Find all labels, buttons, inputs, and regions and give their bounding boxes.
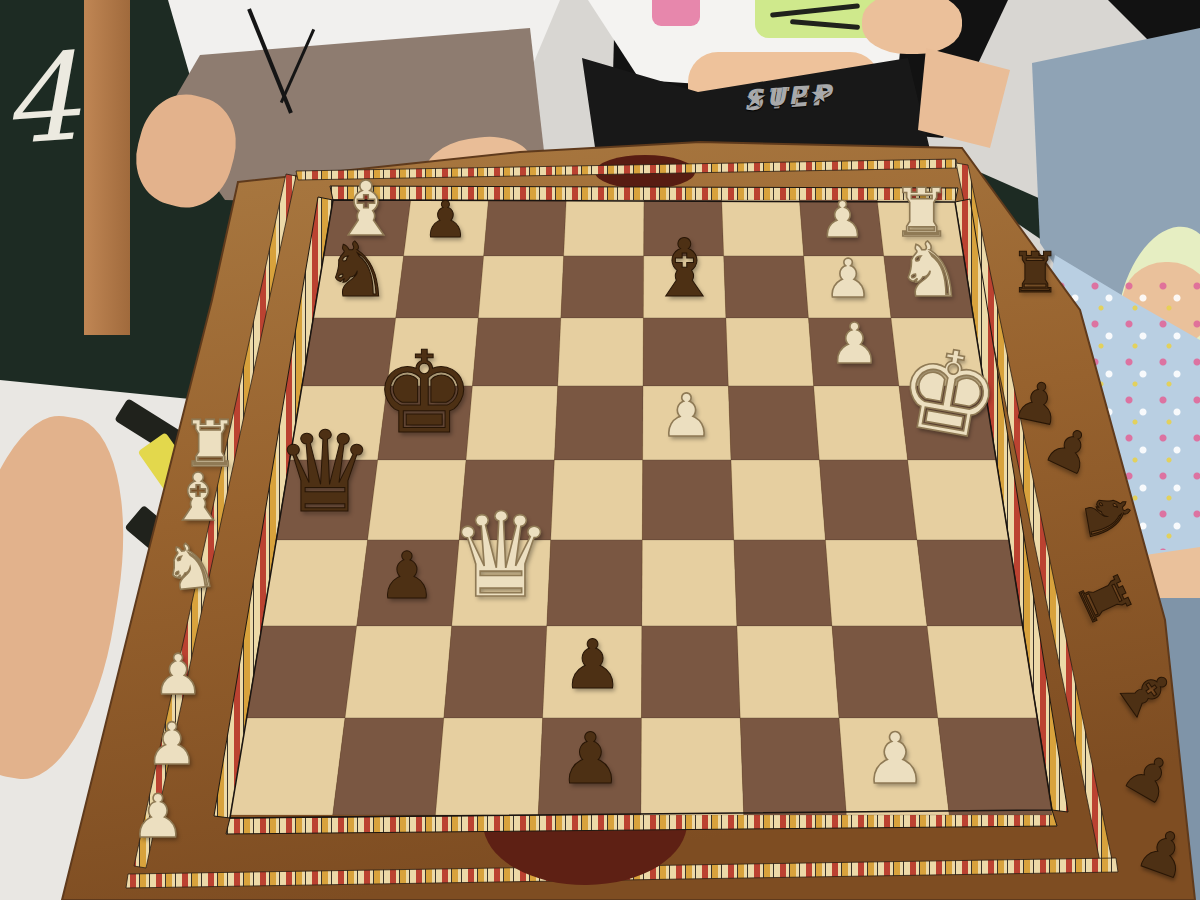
piece-white-knight-captured[interactable]: ♞	[159, 533, 221, 600]
piece-white-pawn-g8[interactable]: ♟	[820, 195, 865, 245]
piece-black-king-b5[interactable]: ♚	[373, 337, 474, 450]
piece-black-rook-captured[interactable]: ♜	[1010, 245, 1060, 301]
piece-black-pawn-captured[interactable]: ♟	[1130, 817, 1199, 889]
piece-black-rook-captured[interactable]: ♜	[1067, 563, 1142, 635]
piece-white-pawn-g1[interactable]: ♟	[864, 724, 927, 795]
piece-white-pawn-e5[interactable]: ♟	[660, 386, 713, 445]
piece-white-pawn-captured[interactable]: ♟	[131, 786, 185, 846]
piece-black-pawn-d2[interactable]: ♟	[562, 631, 623, 699]
piece-black-knight-captured[interactable]: ♞	[1074, 484, 1142, 547]
piece-white-knight-h7[interactable]: ♞	[896, 233, 964, 308]
piece-black-pawn-captured[interactable]: ♟	[1114, 741, 1185, 815]
piece-white-bishop-captured[interactable]: ♝	[168, 465, 227, 531]
piece-black-queen-a4[interactable]: ♛	[275, 417, 375, 529]
piece-black-pawn-b3[interactable]: ♟	[378, 544, 436, 609]
piece-black-pawn-b8[interactable]: ♟	[423, 195, 468, 245]
piece-white-king-h5[interactable]: ♚	[889, 329, 1009, 458]
piece-black-pawn-d1[interactable]: ♟	[559, 724, 622, 795]
piece-white-pawn-captured[interactable]: ♟	[153, 647, 203, 703]
piece-black-bishop-captured[interactable]: ♝	[1105, 653, 1188, 734]
piece-black-bishop-e7[interactable]: ♝	[649, 229, 721, 309]
piece-white-queen-c3[interactable]: ♛	[448, 497, 553, 614]
piece-white-pawn-g7[interactable]: ♟	[824, 253, 872, 306]
piece-white-pawn-g6[interactable]: ♟	[829, 316, 879, 372]
piece-black-knight-a7[interactable]: ♞	[323, 233, 391, 308]
photo-scene: 4 STEP ★UP★ OU ON THE NEXT	[0, 0, 1200, 900]
pieces-layer: ♝♟♟♜♞♝♟♞♟♚♟♚♛♟♛♟♟♟♜♝♞♟♟♟♜♟♟♞♜♝♟♟	[0, 0, 1200, 900]
piece-white-pawn-captured[interactable]: ♟	[146, 715, 198, 773]
